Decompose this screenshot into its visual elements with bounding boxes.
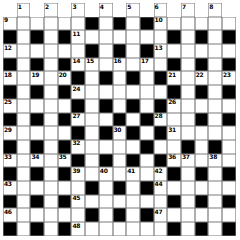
cell-8-11[interactable]: 28 — [154, 113, 168, 127]
cell-10-5[interactable]: 32 — [71, 140, 85, 154]
clue-number-30: 30 — [114, 127, 122, 133]
cell-8-3[interactable] — [44, 113, 58, 127]
black-cell-3-10 — [140, 44, 154, 58]
black-cell-8-4 — [58, 113, 72, 127]
cell-3-12[interactable] — [167, 44, 181, 58]
cell-10-1[interactable] — [17, 140, 31, 154]
clue-number-12: 12 — [4, 45, 12, 51]
cell-8-15[interactable] — [208, 113, 222, 127]
cell-10-3[interactable] — [44, 140, 58, 154]
cell-14-15[interactable] — [208, 195, 222, 209]
black-cell-4-2 — [30, 58, 44, 72]
cell-4-11[interactable] — [154, 58, 168, 72]
cell-11-16[interactable] — [222, 154, 236, 168]
cell-10-14[interactable] — [195, 140, 209, 154]
cell-3-1[interactable] — [17, 44, 31, 58]
black-cell-11-11 — [154, 154, 168, 168]
cell-11-6[interactable] — [85, 154, 99, 168]
clue-number-41: 41 — [127, 168, 135, 174]
cell-12-15[interactable] — [208, 167, 222, 181]
cell-7-6[interactable] — [85, 99, 99, 113]
cell-8-9[interactable] — [126, 113, 140, 127]
black-cell-8-14 — [195, 113, 209, 127]
cell-11-0[interactable]: 33 — [3, 154, 17, 168]
cell-2-11[interactable] — [154, 30, 168, 44]
black-cell-2-14 — [195, 30, 209, 44]
cell-0-1[interactable]: 1 — [17, 3, 31, 17]
clue-number-10: 10 — [155, 17, 163, 23]
black-cell-8-0 — [3, 113, 17, 127]
cell-0-5[interactable]: 3 — [71, 3, 85, 17]
cell-6-7[interactable] — [99, 85, 113, 99]
cell-1-14[interactable] — [195, 17, 209, 31]
cell-16-5[interactable]: 48 — [71, 222, 85, 236]
cell-15-13[interactable] — [181, 208, 195, 222]
black-cell-2-16 — [222, 30, 236, 44]
cell-1-11[interactable]: 10 — [154, 17, 168, 31]
cell-7-14[interactable] — [195, 99, 209, 113]
black-cell-16-0 — [3, 222, 17, 236]
cell-6-10[interactable] — [140, 85, 154, 99]
cell-10-9[interactable] — [126, 140, 140, 154]
cell-14-7[interactable] — [99, 195, 113, 209]
void-0-8 — [113, 3, 127, 17]
cell-11-2[interactable]: 34 — [30, 154, 44, 168]
cell-13-3[interactable] — [44, 181, 58, 195]
cell-15-16[interactable] — [222, 208, 236, 222]
clue-number-44: 44 — [155, 181, 163, 187]
cell-7-1[interactable] — [17, 99, 31, 113]
cell-10-8[interactable] — [113, 140, 127, 154]
cell-14-8[interactable] — [113, 195, 127, 209]
clue-number-7: 7 — [182, 4, 186, 10]
cell-13-13[interactable] — [181, 181, 195, 195]
cell-12-13[interactable] — [181, 167, 195, 181]
black-cell-14-14 — [195, 195, 209, 209]
cell-5-4[interactable]: 20 — [58, 71, 72, 85]
cell-8-12[interactable] — [167, 113, 181, 127]
clue-number-8: 8 — [209, 4, 213, 10]
clue-number-29: 29 — [4, 127, 12, 133]
black-cell-2-12 — [167, 30, 181, 44]
cell-7-12[interactable]: 26 — [167, 99, 181, 113]
void-0-10 — [140, 3, 154, 17]
cell-15-2[interactable] — [30, 208, 44, 222]
black-cell-10-15 — [208, 140, 222, 154]
cell-14-6[interactable] — [85, 195, 99, 209]
cell-0-11[interactable]: 6 — [154, 3, 168, 17]
cell-5-6[interactable] — [85, 71, 99, 85]
cell-2-15[interactable] — [208, 30, 222, 44]
black-cell-9-5 — [71, 126, 85, 140]
cell-4-13[interactable] — [181, 58, 195, 72]
cell-9-14[interactable] — [195, 126, 209, 140]
cell-12-3[interactable] — [44, 167, 58, 181]
cell-1-13[interactable] — [181, 17, 195, 31]
black-cell-16-2 — [30, 222, 44, 236]
void-0-6 — [85, 3, 99, 17]
cell-4-10[interactable]: 17 — [140, 58, 154, 72]
cell-12-7[interactable]: 40 — [99, 167, 113, 181]
black-cell-12-14 — [195, 167, 209, 181]
cell-9-12[interactable]: 31 — [167, 126, 181, 140]
clue-number-2: 2 — [45, 4, 49, 10]
black-cell-16-12 — [167, 222, 181, 236]
cell-15-0[interactable]: 46 — [3, 208, 17, 222]
cell-5-14[interactable]: 22 — [195, 71, 209, 85]
cell-3-3[interactable] — [44, 44, 58, 58]
black-cell-7-11 — [154, 99, 168, 113]
cell-13-1[interactable] — [17, 181, 31, 195]
cell-14-5[interactable]: 45 — [71, 195, 85, 209]
cell-1-0[interactable]: 9 — [3, 17, 17, 31]
clue-number-15: 15 — [86, 58, 94, 64]
cell-15-3[interactable] — [44, 208, 58, 222]
cell-12-11[interactable]: 42 — [154, 167, 168, 181]
cell-13-11[interactable]: 44 — [154, 181, 168, 195]
cell-3-4[interactable] — [58, 44, 72, 58]
cell-1-3[interactable] — [44, 17, 58, 31]
clue-number-21: 21 — [168, 72, 176, 78]
cell-2-9[interactable] — [126, 30, 140, 44]
cell-9-10[interactable] — [140, 126, 154, 140]
cell-3-0[interactable]: 12 — [3, 44, 17, 58]
cell-5-3[interactable] — [44, 71, 58, 85]
cell-9-2[interactable] — [30, 126, 44, 140]
cell-13-2[interactable] — [30, 181, 44, 195]
black-cell-1-6 — [85, 17, 99, 31]
cell-15-14[interactable] — [195, 208, 209, 222]
cell-13-16[interactable] — [222, 181, 236, 195]
cell-6-8[interactable] — [113, 85, 127, 99]
cell-0-13[interactable]: 7 — [181, 3, 195, 17]
clue-number-38: 38 — [209, 154, 217, 160]
black-cell-12-2 — [30, 167, 44, 181]
cell-7-13[interactable] — [181, 99, 195, 113]
cell-9-13[interactable] — [181, 126, 195, 140]
cell-14-13[interactable] — [181, 195, 195, 209]
cell-16-8[interactable] — [113, 222, 127, 236]
black-cell-6-0 — [3, 85, 17, 99]
black-cell-16-4 — [58, 222, 72, 236]
clue-number-35: 35 — [59, 154, 67, 160]
cell-1-12[interactable] — [167, 17, 181, 31]
clue-number-26: 26 — [168, 99, 176, 105]
cell-3-13[interactable] — [181, 44, 195, 58]
black-cell-7-9 — [126, 99, 140, 113]
black-cell-12-4 — [58, 167, 72, 181]
cell-5-0[interactable]: 18 — [3, 71, 17, 85]
cell-7-4[interactable] — [58, 99, 72, 113]
black-cell-10-4 — [58, 140, 72, 154]
cell-2-10[interactable] — [140, 30, 154, 44]
cell-16-6[interactable] — [85, 222, 99, 236]
cell-1-5[interactable] — [71, 17, 85, 31]
black-cell-15-10 — [140, 208, 154, 222]
cell-13-4[interactable] — [58, 181, 72, 195]
black-cell-5-7 — [99, 71, 113, 85]
cell-14-10[interactable] — [140, 195, 154, 209]
cell-4-1[interactable] — [17, 58, 31, 72]
black-cell-8-16 — [222, 113, 236, 127]
cell-1-16[interactable] — [222, 17, 236, 31]
cell-9-4[interactable] — [58, 126, 72, 140]
cell-9-3[interactable] — [44, 126, 58, 140]
cell-15-11[interactable]: 47 — [154, 208, 168, 222]
clue-number-6: 6 — [155, 4, 159, 10]
cell-8-1[interactable] — [17, 113, 31, 127]
cell-5-16[interactable]: 23 — [222, 71, 236, 85]
cell-15-5[interactable] — [71, 208, 85, 222]
black-cell-3-6 — [85, 44, 99, 58]
void-0-0 — [3, 3, 17, 17]
cell-5-2[interactable]: 19 — [30, 71, 44, 85]
cell-14-9[interactable] — [126, 195, 140, 209]
cell-4-9[interactable] — [126, 58, 140, 72]
cell-1-1[interactable] — [17, 17, 31, 31]
cell-3-16[interactable] — [222, 44, 236, 58]
cell-15-9[interactable] — [126, 208, 140, 222]
cell-3-9[interactable] — [126, 44, 140, 58]
cell-6-6[interactable] — [85, 85, 99, 99]
cell-8-7[interactable] — [99, 113, 113, 127]
clue-number-43: 43 — [4, 181, 12, 187]
cell-12-9[interactable]: 41 — [126, 167, 140, 181]
clue-number-22: 22 — [196, 72, 204, 78]
cell-13-0[interactable]: 43 — [3, 181, 17, 195]
cell-13-7[interactable] — [99, 181, 113, 195]
cell-11-12[interactable]: 36 — [167, 154, 181, 168]
black-cell-4-0 — [3, 58, 17, 72]
black-cell-16-16 — [222, 222, 236, 236]
black-cell-4-4 — [58, 58, 72, 72]
cell-13-5[interactable] — [71, 181, 85, 195]
cell-12-5[interactable]: 39 — [71, 167, 85, 181]
black-cell-3-8 — [113, 44, 127, 58]
cell-1-15[interactable] — [208, 17, 222, 31]
cell-4-5[interactable]: 14 — [71, 58, 85, 72]
clue-number-4: 4 — [100, 4, 104, 10]
black-cell-10-2 — [30, 140, 44, 154]
cell-6-9[interactable] — [126, 85, 140, 99]
cell-6-5[interactable]: 24 — [71, 85, 85, 99]
cell-7-0[interactable]: 25 — [3, 99, 17, 113]
cell-9-0[interactable]: 29 — [3, 126, 17, 140]
black-cell-8-8 — [113, 113, 127, 127]
cell-11-8[interactable] — [113, 154, 127, 168]
cell-10-12[interactable] — [167, 140, 181, 154]
black-cell-14-4 — [58, 195, 72, 209]
cell-9-1[interactable] — [17, 126, 31, 140]
clue-number-23: 23 — [223, 72, 231, 78]
clue-number-32: 32 — [72, 140, 80, 146]
cell-16-1[interactable] — [17, 222, 31, 236]
cell-7-3[interactable] — [44, 99, 58, 113]
cell-6-11[interactable] — [154, 85, 168, 99]
cell-3-2[interactable] — [30, 44, 44, 58]
clue-number-36: 36 — [168, 154, 176, 160]
cell-0-3[interactable]: 2 — [44, 3, 58, 17]
black-cell-6-14 — [195, 85, 209, 99]
cell-11-10[interactable] — [140, 154, 154, 168]
cell-15-12[interactable] — [167, 208, 181, 222]
black-cell-15-8 — [113, 208, 127, 222]
cell-7-2[interactable] — [30, 99, 44, 113]
cell-6-3[interactable] — [44, 85, 58, 99]
clue-number-11: 11 — [72, 31, 80, 37]
cell-6-15[interactable] — [208, 85, 222, 99]
cell-15-1[interactable] — [17, 208, 31, 222]
cell-9-15[interactable] — [208, 126, 222, 140]
cell-12-1[interactable] — [17, 167, 31, 181]
black-cell-8-10 — [140, 113, 154, 127]
cell-0-7[interactable]: 4 — [99, 3, 113, 17]
cell-9-8[interactable]: 30 — [113, 126, 127, 140]
black-cell-12-0 — [3, 167, 17, 181]
black-cell-12-16 — [222, 167, 236, 181]
cell-5-13[interactable] — [181, 71, 195, 85]
cell-11-3[interactable] — [44, 154, 58, 168]
black-cell-15-6 — [85, 208, 99, 222]
cell-11-1[interactable] — [17, 154, 31, 168]
cell-5-1[interactable] — [17, 71, 31, 85]
cell-16-9[interactable] — [126, 222, 140, 236]
cell-12-8[interactable] — [113, 167, 127, 181]
cell-0-9[interactable]: 5 — [126, 3, 140, 17]
clue-number-37: 37 — [182, 154, 190, 160]
black-cell-7-5 — [71, 99, 85, 113]
cell-2-6[interactable] — [85, 30, 99, 44]
cell-6-1[interactable] — [17, 85, 31, 99]
cell-16-13[interactable] — [181, 222, 195, 236]
cell-2-7[interactable] — [99, 30, 113, 44]
black-cell-4-12 — [167, 58, 181, 72]
cell-16-7[interactable] — [99, 222, 113, 236]
black-cell-12-12 — [167, 167, 181, 181]
cell-7-15[interactable] — [208, 99, 222, 113]
cell-15-7[interactable] — [99, 208, 113, 222]
cell-8-5[interactable]: 27 — [71, 113, 85, 127]
clue-number-20: 20 — [59, 72, 67, 78]
cell-1-4[interactable] — [58, 17, 72, 31]
cell-7-8[interactable] — [113, 99, 127, 113]
clue-number-24: 24 — [72, 86, 80, 92]
cell-7-16[interactable] — [222, 99, 236, 113]
cell-5-15[interactable] — [208, 71, 222, 85]
cell-5-12[interactable]: 21 — [167, 71, 181, 85]
cell-0-15[interactable]: 8 — [208, 3, 222, 17]
cell-11-14[interactable] — [195, 154, 209, 168]
black-cell-6-2 — [30, 85, 44, 99]
cell-13-12[interactable] — [167, 181, 181, 195]
cell-1-2[interactable] — [30, 17, 44, 31]
cell-13-9[interactable] — [126, 181, 140, 195]
black-cell-8-2 — [30, 113, 44, 127]
cell-15-4[interactable] — [58, 208, 72, 222]
clue-number-17: 17 — [141, 58, 149, 64]
cell-2-5[interactable]: 11 — [71, 30, 85, 44]
cell-11-13[interactable]: 37 — [181, 154, 195, 168]
cell-2-1[interactable] — [17, 30, 31, 44]
cell-5-10[interactable] — [140, 71, 154, 85]
cell-9-6[interactable] — [85, 126, 99, 140]
cell-3-5[interactable] — [71, 44, 85, 58]
black-cell-10-0 — [3, 140, 17, 154]
black-cell-9-11 — [154, 126, 168, 140]
cell-3-14[interactable] — [195, 44, 209, 58]
cell-8-13[interactable] — [181, 113, 195, 127]
cell-6-13[interactable] — [181, 85, 195, 99]
cell-3-7[interactable] — [99, 44, 113, 58]
cell-4-3[interactable] — [44, 58, 58, 72]
black-cell-7-7 — [99, 99, 113, 113]
black-cell-2-2 — [30, 30, 44, 44]
clue-number-14: 14 — [72, 58, 80, 64]
cell-9-16[interactable] — [222, 126, 236, 140]
cell-2-13[interactable] — [181, 30, 195, 44]
clue-number-19: 19 — [31, 72, 39, 78]
clue-number-5: 5 — [127, 4, 131, 10]
cell-16-3[interactable] — [44, 222, 58, 236]
cell-13-15[interactable] — [208, 181, 222, 195]
cell-10-16[interactable] — [222, 140, 236, 154]
cell-10-11[interactable] — [154, 140, 168, 154]
cell-5-8[interactable] — [113, 71, 127, 85]
black-cell-6-12 — [167, 85, 181, 99]
cell-4-6[interactable]: 15 — [85, 58, 99, 72]
clue-number-33: 33 — [4, 154, 12, 160]
black-cell-13-8 — [113, 181, 127, 195]
cell-1-7[interactable] — [99, 17, 113, 31]
cell-3-15[interactable] — [208, 44, 222, 58]
cell-12-6[interactable] — [85, 167, 99, 181]
cell-2-3[interactable] — [44, 30, 58, 44]
cell-16-15[interactable] — [208, 222, 222, 236]
cell-14-11[interactable] — [154, 195, 168, 209]
black-cell-14-0 — [3, 195, 17, 209]
cell-8-6[interactable] — [85, 113, 99, 127]
cell-11-15[interactable]: 38 — [208, 154, 222, 168]
clue-number-45: 45 — [72, 195, 80, 201]
cell-11-4[interactable]: 35 — [58, 154, 72, 168]
cell-14-3[interactable] — [44, 195, 58, 209]
clue-number-39: 39 — [72, 168, 80, 174]
cell-4-7[interactable] — [99, 58, 113, 72]
clue-number-18: 18 — [4, 72, 12, 78]
clue-number-47: 47 — [155, 209, 163, 215]
black-cell-16-14 — [195, 222, 209, 236]
cell-7-10[interactable] — [140, 99, 154, 113]
cell-10-7[interactable] — [99, 140, 113, 154]
cell-4-15[interactable] — [208, 58, 222, 72]
cell-10-6[interactable] — [85, 140, 99, 154]
black-cell-14-2 — [30, 195, 44, 209]
cell-4-8[interactable]: 16 — [113, 58, 127, 72]
cell-1-9[interactable] — [126, 17, 140, 31]
cell-12-10[interactable] — [140, 167, 154, 181]
cell-2-8[interactable] — [113, 30, 127, 44]
clue-number-40: 40 — [100, 168, 108, 174]
cell-13-14[interactable] — [195, 181, 209, 195]
cell-15-15[interactable] — [208, 208, 222, 222]
cell-3-11[interactable]: 13 — [154, 44, 168, 58]
black-cell-5-9 — [126, 71, 140, 85]
cell-16-11[interactable] — [154, 222, 168, 236]
black-cell-11-7 — [99, 154, 113, 168]
cell-14-1[interactable] — [17, 195, 31, 209]
cell-16-10[interactable] — [140, 222, 154, 236]
black-cell-2-4 — [58, 30, 72, 44]
